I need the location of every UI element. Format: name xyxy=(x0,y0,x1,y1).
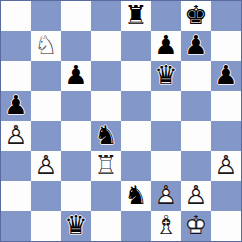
square-d4[interactable]: ♞ xyxy=(91,121,121,151)
square-d5[interactable] xyxy=(91,91,121,121)
square-h2[interactable] xyxy=(211,181,241,211)
square-h6[interactable]: ♟ xyxy=(211,61,241,91)
square-g6[interactable] xyxy=(181,61,211,91)
square-b1[interactable] xyxy=(31,211,61,241)
square-e3[interactable] xyxy=(121,151,151,181)
square-f6[interactable]: ♛ xyxy=(151,61,181,91)
square-c8[interactable] xyxy=(61,1,91,31)
square-f1[interactable]: ♝♗ xyxy=(151,211,181,241)
square-d3[interactable]: ♜♖ xyxy=(91,151,121,181)
square-a3[interactable] xyxy=(1,151,31,181)
square-f5[interactable] xyxy=(151,91,181,121)
square-d7[interactable] xyxy=(91,31,121,61)
black-knight-piece: ♞ xyxy=(91,121,121,151)
black-pawn-piece: ♟ xyxy=(151,31,181,61)
square-c4[interactable] xyxy=(61,121,91,151)
square-h8[interactable] xyxy=(211,1,241,31)
black-pawn-piece: ♟ xyxy=(181,31,211,61)
square-b5[interactable] xyxy=(31,91,61,121)
square-b6[interactable] xyxy=(31,61,61,91)
square-g4[interactable] xyxy=(181,121,211,151)
square-b7[interactable]: ♞♘ xyxy=(31,31,61,61)
square-g3[interactable] xyxy=(181,151,211,181)
white-pawn-piece: ♟♙ xyxy=(1,121,31,151)
square-f3[interactable] xyxy=(151,151,181,181)
square-e5[interactable] xyxy=(121,91,151,121)
square-g5[interactable] xyxy=(181,91,211,121)
square-e8[interactable]: ♜ xyxy=(121,1,151,31)
square-c3[interactable] xyxy=(61,151,91,181)
black-rook-piece: ♜ xyxy=(121,1,151,31)
black-king-piece: ♚ xyxy=(181,1,211,31)
square-a4[interactable]: ♟♙ xyxy=(1,121,31,151)
square-f2[interactable]: ♟♙ xyxy=(151,181,181,211)
square-h1[interactable] xyxy=(211,211,241,241)
square-g1[interactable]: ♚♔ xyxy=(181,211,211,241)
black-queen-piece: ♛ xyxy=(61,211,91,241)
square-d8[interactable] xyxy=(91,1,121,31)
square-e7[interactable] xyxy=(121,31,151,61)
square-a1[interactable] xyxy=(1,211,31,241)
square-e2[interactable]: ♞ xyxy=(121,181,151,211)
black-pawn-piece: ♟ xyxy=(211,61,241,91)
square-c2[interactable] xyxy=(61,181,91,211)
square-d2[interactable] xyxy=(91,181,121,211)
square-h7[interactable] xyxy=(211,31,241,61)
square-a2[interactable] xyxy=(1,181,31,211)
square-c1[interactable]: ♛ xyxy=(61,211,91,241)
square-h5[interactable] xyxy=(211,91,241,121)
white-bishop-piece: ♝♗ xyxy=(151,211,181,241)
square-c6[interactable]: ♟ xyxy=(61,61,91,91)
square-g2[interactable]: ♟♙ xyxy=(181,181,211,211)
square-h3[interactable]: ♟♙ xyxy=(211,151,241,181)
square-c5[interactable] xyxy=(61,91,91,121)
black-queen-piece: ♛ xyxy=(151,61,181,91)
square-h4[interactable] xyxy=(211,121,241,151)
white-rook-piece: ♜♖ xyxy=(91,151,121,181)
white-pawn-piece: ♟♙ xyxy=(31,151,61,181)
square-f7[interactable]: ♟ xyxy=(151,31,181,61)
square-e6[interactable] xyxy=(121,61,151,91)
square-c7[interactable] xyxy=(61,31,91,61)
square-f4[interactable] xyxy=(151,121,181,151)
square-b4[interactable] xyxy=(31,121,61,151)
white-king-piece: ♚♔ xyxy=(181,211,211,241)
black-knight-piece: ♞ xyxy=(121,181,151,211)
square-g8[interactable]: ♚ xyxy=(181,1,211,31)
square-a6[interactable] xyxy=(1,61,31,91)
white-pawn-piece: ♟♙ xyxy=(151,181,181,211)
chess-board: ♜♚♞♘♟♟♟♛♟♟♟♙♞♟♙♜♖♟♙♞♟♙♟♙♛♝♗♚♔ xyxy=(0,0,242,242)
square-g7[interactable]: ♟ xyxy=(181,31,211,61)
square-d1[interactable] xyxy=(91,211,121,241)
white-pawn-piece: ♟♙ xyxy=(211,151,241,181)
square-e4[interactable] xyxy=(121,121,151,151)
square-a8[interactable] xyxy=(1,1,31,31)
white-knight-piece: ♞♘ xyxy=(31,31,61,61)
black-pawn-piece: ♟ xyxy=(1,91,31,121)
square-f8[interactable] xyxy=(151,1,181,31)
black-pawn-piece: ♟ xyxy=(61,61,91,91)
square-a7[interactable] xyxy=(1,31,31,61)
square-b2[interactable] xyxy=(31,181,61,211)
square-b8[interactable] xyxy=(31,1,61,31)
square-a5[interactable]: ♟ xyxy=(1,91,31,121)
white-pawn-piece: ♟♙ xyxy=(181,181,211,211)
square-e1[interactable] xyxy=(121,211,151,241)
square-d6[interactable] xyxy=(91,61,121,91)
square-b3[interactable]: ♟♙ xyxy=(31,151,61,181)
